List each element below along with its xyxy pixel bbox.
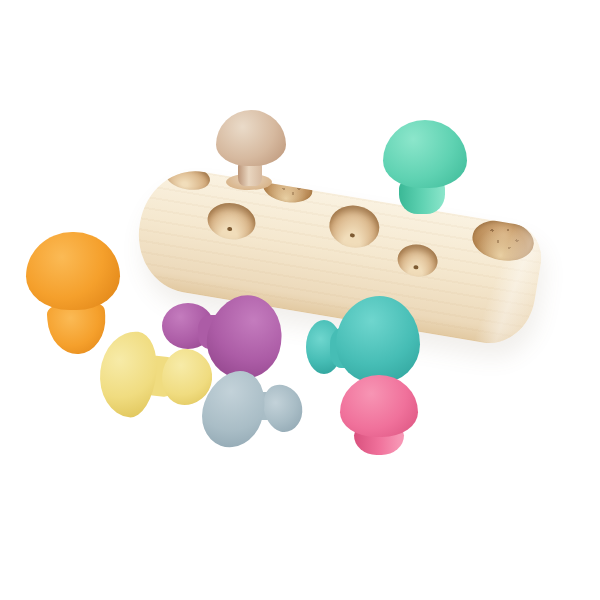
mushroom-gray-blue-cap	[192, 362, 275, 456]
mushroom-yellow-cap	[96, 328, 161, 419]
mushroom-mint-cap	[383, 120, 467, 188]
mushroom-teal-cap	[336, 296, 420, 384]
mushroom-gray-blue	[204, 368, 306, 452]
mushroom-gray-blue-foot	[258, 380, 308, 437]
product-photo-mushroom-toy	[0, 0, 600, 600]
mushroom-beige	[214, 110, 292, 194]
mushroom-pink-cap	[340, 375, 418, 437]
mushroom-mint	[383, 120, 471, 218]
mushroom-orange-cap	[26, 232, 120, 310]
mushroom-pink	[340, 375, 420, 457]
mushroom-beige-cap	[216, 110, 286, 166]
